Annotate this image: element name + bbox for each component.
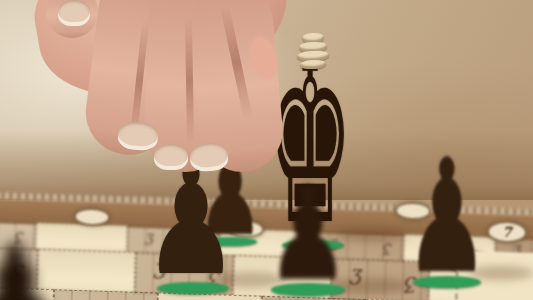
fingernail: [58, 0, 90, 26]
chess-photo-frame: ʒʒʒʒʒʒʒʒʒʒʒʒʒʒʒʒʒʒʒʒʒʒ722 ♟♚♟♟♟♟: [0, 0, 533, 300]
player-hand: [0, 0, 533, 300]
fingernail: [154, 144, 188, 170]
